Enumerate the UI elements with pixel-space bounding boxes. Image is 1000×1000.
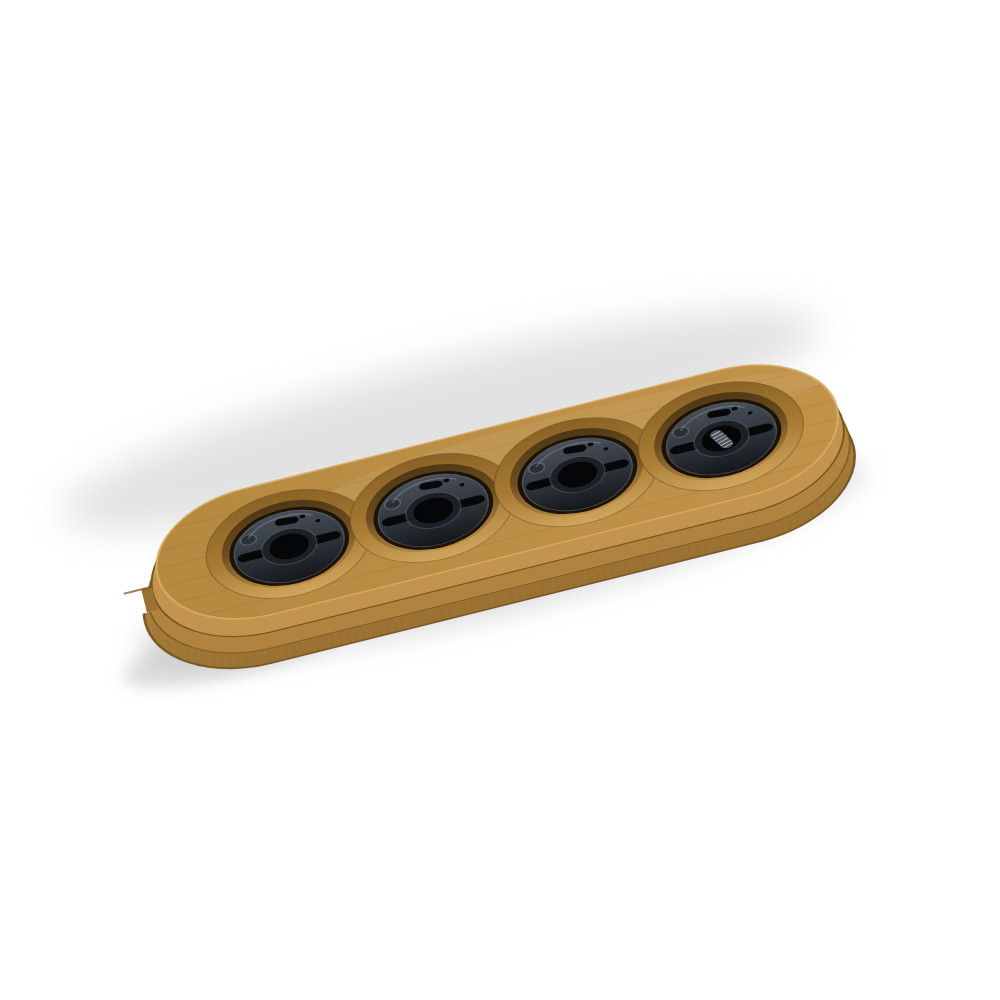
product-photo-canvas <box>0 0 1000 1000</box>
product-photo <box>0 0 1000 1000</box>
